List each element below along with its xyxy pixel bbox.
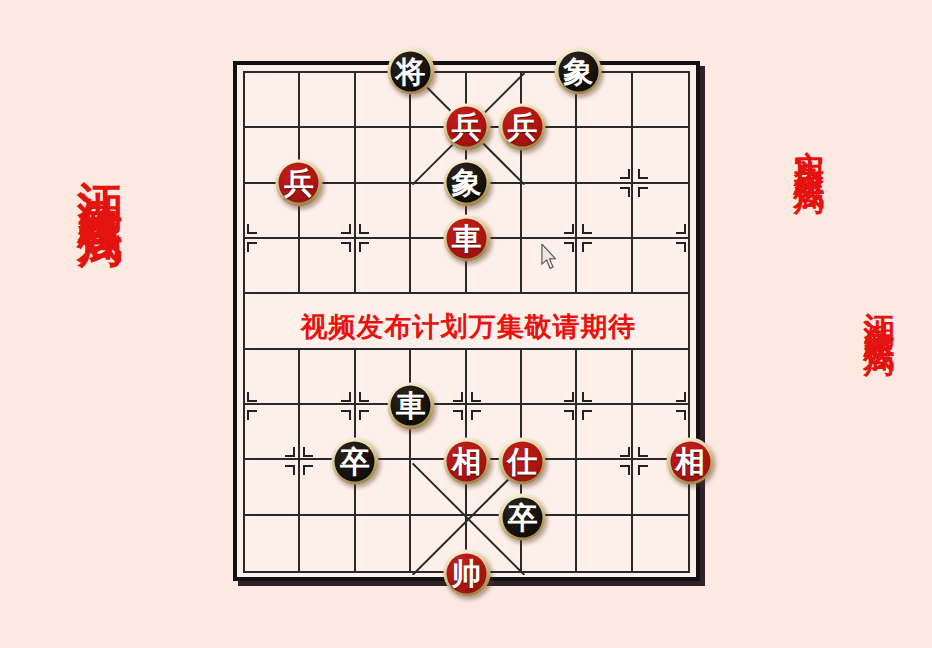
board-cell: [356, 516, 411, 571]
board-cell: [633, 516, 688, 571]
position-marker: [471, 410, 481, 420]
banner-left-title: 江湖象棋残局: [74, 146, 127, 200]
piece-glyph: 卒: [340, 446, 370, 476]
board-cell: [577, 516, 632, 571]
piece-face: 象: [447, 163, 487, 203]
piece-face: 兵: [502, 107, 542, 147]
piece-glyph: 相: [452, 446, 482, 476]
position-marker: [359, 242, 369, 252]
piece-face: 車: [391, 386, 431, 426]
xiangqi-board: 视频发布计划万集敬请期待 将象兵兵兵象車車卒相仕相卒帅: [233, 61, 700, 581]
piece-black-将[interactable]: 将: [387, 48, 434, 95]
piece-face: 相: [670, 441, 710, 481]
position-marker: [620, 187, 630, 197]
board-cell: [245, 73, 300, 128]
piece-face: 帅: [447, 553, 487, 593]
piece-red-兵[interactable]: 兵: [499, 103, 546, 150]
position-marker: [341, 410, 351, 420]
position-marker: [620, 465, 630, 475]
position-marker: [564, 224, 574, 234]
board-cell: [300, 516, 355, 571]
piece-glyph: 兵: [452, 112, 482, 142]
piece-face: 象: [558, 51, 598, 91]
piece-glyph: 象: [452, 168, 482, 198]
position-marker: [676, 224, 686, 234]
position-marker: [638, 465, 648, 475]
position-marker: [564, 410, 574, 420]
position-marker: [359, 392, 369, 402]
board-grid: 视频发布计划万集敬请期待 将象兵兵兵象車車卒相仕相卒帅: [243, 71, 690, 573]
piece-face: 兵: [279, 163, 319, 203]
piece-face: 車: [447, 218, 487, 258]
piece-red-相[interactable]: 相: [667, 438, 714, 485]
board-cell: [356, 128, 411, 183]
position-marker: [638, 447, 648, 457]
position-marker: [582, 410, 592, 420]
position-marker: [564, 242, 574, 252]
piece-red-兵[interactable]: 兵: [275, 159, 322, 206]
board-cell: [300, 73, 355, 128]
position-marker: [638, 169, 648, 179]
piece-black-象[interactable]: 象: [555, 48, 602, 95]
position-marker: [247, 242, 257, 252]
position-marker: [471, 392, 481, 402]
piece-red-仕[interactable]: 仕: [499, 438, 546, 485]
piece-face: 卒: [502, 497, 542, 537]
position-marker: [638, 187, 648, 197]
piece-glyph: 仕: [507, 446, 537, 476]
position-marker: [247, 392, 257, 402]
board-cell: [245, 516, 300, 571]
banner-right-outer-title: 实用象棋残局: [791, 126, 828, 168]
piece-face: 仕: [502, 441, 542, 481]
piece-glyph: 象: [563, 56, 593, 86]
piece-black-車[interactable]: 車: [387, 382, 434, 429]
piece-face: 将: [391, 51, 431, 91]
position-marker: [676, 410, 686, 420]
position-marker: [341, 242, 351, 252]
piece-red-相[interactable]: 相: [443, 438, 490, 485]
position-marker: [564, 392, 574, 402]
position-marker: [620, 169, 630, 179]
piece-red-帅[interactable]: 帅: [443, 550, 490, 597]
position-marker: [341, 224, 351, 234]
position-marker: [359, 410, 369, 420]
piece-glyph: 兵: [284, 168, 314, 198]
piece-glyph: 将: [396, 56, 426, 86]
piece-red-兵[interactable]: 兵: [443, 103, 490, 150]
piece-face: 相: [447, 441, 487, 481]
position-marker: [247, 224, 257, 234]
position-marker: [676, 242, 686, 252]
position-marker: [620, 447, 630, 457]
position-marker: [285, 465, 295, 475]
river-banner-text: 视频发布计划万集敬请期待: [245, 299, 692, 355]
screen: 江湖象棋残局 实用象棋残局 江湖象棋残局 视频发布计划万集敬请期待 将象兵兵兵象…: [0, 0, 932, 648]
piece-red-車[interactable]: 車: [443, 215, 490, 262]
piece-glyph: 相: [675, 446, 705, 476]
position-marker: [341, 392, 351, 402]
piece-glyph: 兵: [507, 112, 537, 142]
position-marker: [303, 447, 313, 457]
position-marker: [676, 392, 686, 402]
piece-face: 兵: [447, 107, 487, 147]
banner-right-inner-title: 江湖象棋残局: [861, 288, 898, 330]
piece-black-卒[interactable]: 卒: [499, 494, 546, 541]
piece-black-卒[interactable]: 卒: [331, 438, 378, 485]
piece-glyph: 車: [452, 223, 482, 253]
piece-black-象[interactable]: 象: [443, 159, 490, 206]
position-marker: [303, 465, 313, 475]
piece-glyph: 車: [396, 391, 426, 421]
piece-face: 卒: [335, 441, 375, 481]
position-marker: [453, 392, 463, 402]
position-marker: [582, 392, 592, 402]
position-marker: [359, 224, 369, 234]
position-marker: [453, 410, 463, 420]
piece-glyph: 卒: [507, 502, 537, 532]
piece-glyph: 帅: [452, 558, 482, 588]
position-marker: [582, 242, 592, 252]
board-cell: [633, 73, 688, 128]
position-marker: [285, 447, 295, 457]
position-marker: [582, 224, 592, 234]
position-marker: [247, 410, 257, 420]
